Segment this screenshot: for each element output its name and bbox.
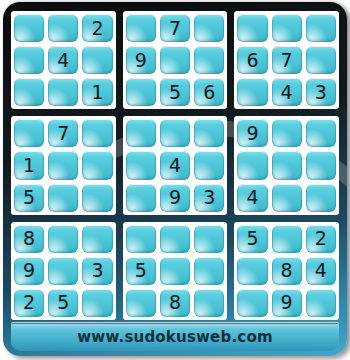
cell-r5c7[interactable] — [237, 151, 267, 179]
cell-r5c6[interactable] — [194, 151, 224, 179]
cell-r4c2: 7 — [48, 119, 78, 147]
cell-r3c6: 6 — [194, 78, 224, 106]
cell-r5c2[interactable] — [48, 151, 78, 179]
cell-r3c4[interactable] — [126, 78, 156, 106]
cell-r1c3: 2 — [82, 14, 112, 42]
cell-r7c4[interactable] — [126, 225, 156, 253]
cell-r2c8: 7 — [272, 46, 302, 74]
cell-r8c8: 8 — [272, 257, 302, 285]
cell-r6c1: 5 — [14, 184, 44, 212]
cell-r8c3: 3 — [82, 257, 112, 285]
cell-r2c2: 4 — [48, 46, 78, 74]
cell-r7c1: 8 — [14, 225, 44, 253]
cell-r8c2[interactable] — [48, 257, 78, 285]
cell-r4c1[interactable] — [14, 119, 44, 147]
cell-r8c9: 4 — [306, 257, 336, 285]
cell-r8c7[interactable] — [237, 257, 267, 285]
cell-r6c9[interactable] — [306, 184, 336, 212]
cell-r1c5: 7 — [160, 14, 190, 42]
cell-r6c2[interactable] — [48, 184, 78, 212]
footer-bar: www.sudokusweb.com — [11, 322, 339, 351]
cell-r2c7: 6 — [237, 46, 267, 74]
sudoku-box-4: 715 — [11, 116, 116, 214]
sudoku-box-1: 241 — [11, 11, 116, 109]
cell-r5c3[interactable] — [82, 151, 112, 179]
cell-r5c4[interactable] — [126, 151, 156, 179]
sudoku-board: 241 7956 6743 715 493 94 89325 58 52849 — [11, 11, 339, 320]
cell-r1c2[interactable] — [48, 14, 78, 42]
cell-r4c4[interactable] — [126, 119, 156, 147]
cell-r3c5: 5 — [160, 78, 190, 106]
cell-r8c5[interactable] — [160, 257, 190, 285]
cell-r7c7: 5 — [237, 225, 267, 253]
cell-r7c6[interactable] — [194, 225, 224, 253]
cell-r2c1[interactable] — [14, 46, 44, 74]
cell-r1c4[interactable] — [126, 14, 156, 42]
cell-r9c9[interactable] — [306, 289, 336, 317]
cell-r7c5[interactable] — [160, 225, 190, 253]
cell-r1c8[interactable] — [272, 14, 302, 42]
cell-r1c6[interactable] — [194, 14, 224, 42]
cell-r9c1: 2 — [14, 289, 44, 317]
cell-r9c2: 5 — [48, 289, 78, 317]
cell-r8c4: 5 — [126, 257, 156, 285]
cell-r8c6[interactable] — [194, 257, 224, 285]
cell-r1c1[interactable] — [14, 14, 44, 42]
cell-r6c5: 9 — [160, 184, 190, 212]
cell-r9c8: 9 — [272, 289, 302, 317]
cell-r9c4[interactable] — [126, 289, 156, 317]
cell-r1c9[interactable] — [306, 14, 336, 42]
cell-r5c8[interactable] — [272, 151, 302, 179]
cell-r9c5: 8 — [160, 289, 190, 317]
cell-r2c5[interactable] — [160, 46, 190, 74]
cell-r3c2[interactable] — [48, 78, 78, 106]
cell-r4c5[interactable] — [160, 119, 190, 147]
cell-r7c9: 2 — [306, 225, 336, 253]
cell-r4c9[interactable] — [306, 119, 336, 147]
cell-r2c9[interactable] — [306, 46, 336, 74]
cell-r9c3[interactable] — [82, 289, 112, 317]
cell-r5c5: 4 — [160, 151, 190, 179]
cell-r4c3[interactable] — [82, 119, 112, 147]
cell-r4c6[interactable] — [194, 119, 224, 147]
cell-r5c9[interactable] — [306, 151, 336, 179]
cell-r3c7[interactable] — [237, 78, 267, 106]
cell-r7c2[interactable] — [48, 225, 78, 253]
sudoku-box-8: 58 — [123, 222, 228, 320]
cell-r6c4[interactable] — [126, 184, 156, 212]
cell-r3c1[interactable] — [14, 78, 44, 106]
sudoku-box-9: 52849 — [234, 222, 339, 320]
website-link[interactable]: www.sudokusweb.com — [77, 328, 272, 346]
cell-r9c6[interactable] — [194, 289, 224, 317]
cell-r7c3[interactable] — [82, 225, 112, 253]
cell-r3c8: 4 — [272, 78, 302, 106]
cell-r4c8[interactable] — [272, 119, 302, 147]
cell-r3c9: 3 — [306, 78, 336, 106]
cell-r6c7: 4 — [237, 184, 267, 212]
sudoku-box-6: 94 — [234, 116, 339, 214]
cell-r8c1: 9 — [14, 257, 44, 285]
sudoku-box-7: 89325 — [11, 222, 116, 320]
sudoku-box-5: 493 — [123, 116, 228, 214]
sudoku-box-2: 7956 — [123, 11, 228, 109]
cell-r9c7[interactable] — [237, 289, 267, 317]
cell-r6c8[interactable] — [272, 184, 302, 212]
cell-r2c4: 9 — [126, 46, 156, 74]
cell-r2c3[interactable] — [82, 46, 112, 74]
cell-r6c3[interactable] — [82, 184, 112, 212]
sudoku-widget: 241 7956 6743 715 493 94 89325 58 52849 … — [3, 2, 347, 356]
cell-r3c3: 1 — [82, 78, 112, 106]
cell-r2c6[interactable] — [194, 46, 224, 74]
sudoku-box-3: 6743 — [234, 11, 339, 109]
cell-r6c6: 3 — [194, 184, 224, 212]
cell-r5c1: 1 — [14, 151, 44, 179]
cell-r7c8[interactable] — [272, 225, 302, 253]
cell-r4c7: 9 — [237, 119, 267, 147]
cell-r1c7[interactable] — [237, 14, 267, 42]
